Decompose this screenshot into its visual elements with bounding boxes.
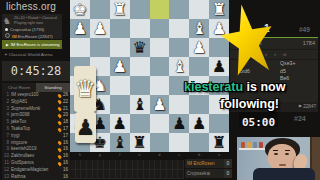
player-rank: 13 — [3, 174, 9, 180]
flame-icon — [57, 100, 62, 105]
player-name: Zakhrullaev — [11, 153, 34, 160]
player-rank: 12 — [3, 167, 9, 174]
game-type-icon: ♞ — [3, 16, 11, 26]
board-square[interactable] — [209, 38, 229, 57]
top-player-rank: #49 — [299, 26, 310, 33]
piece-white-R[interactable]: ♜ — [209, 0, 229, 19]
board-square[interactable] — [150, 0, 170, 19]
player-score: 16 — [63, 167, 68, 174]
standings-row[interactable]: 11GrdSpanos16 — [2, 160, 70, 167]
player-name: keenish2019 — [11, 146, 37, 153]
player-rank: 10 — [3, 153, 9, 160]
crosstable-player-name: IM EricRosen — [187, 159, 215, 168]
piece-black-B[interactable]: ♝ — [110, 133, 130, 152]
crosstable-names: IM EricRosen0Cropssekai0 — [185, 159, 232, 179]
player-name: GrdSpanos — [11, 160, 34, 167]
standings-row[interactable]: 7trygi17 — [2, 133, 70, 140]
board-square[interactable]: ♜ — [110, 0, 130, 19]
player-rank: 1 — [3, 92, 9, 99]
flame-icon — [57, 141, 62, 146]
piece-white-K[interactable]: ♚ — [70, 0, 90, 19]
streaming-banner-label: IM EricRosen is streaming — [11, 42, 60, 47]
board-square[interactable] — [169, 38, 189, 57]
standings-row[interactable]: 12EndgameMagician16 — [2, 167, 70, 174]
board-square[interactable]: ♟ — [110, 114, 130, 133]
white-player-row[interactable]: Cropssekai (1793) — [5, 27, 44, 32]
board-square[interactable] — [110, 95, 130, 114]
stream-screen: lichess.org ♞ 20+10 • Rated • Classical … — [0, 0, 320, 180]
player-score: 16 — [63, 153, 68, 160]
crosstable-player-row: Cropssekai0 — [185, 169, 232, 179]
board-square[interactable] — [130, 19, 150, 38]
flame-icon — [57, 154, 62, 159]
streamer-brow — [273, 150, 278, 151]
bottom-player-rank: #24 — [294, 115, 306, 122]
lichess-logo[interactable]: lichess.org — [6, 1, 56, 12]
piece-black-P[interactable]: ♟ — [169, 114, 189, 133]
streaming-banner[interactable]: ▶IM EricRosen is streaming — [2, 40, 62, 49]
piece-white-P[interactable]: ♟ — [110, 57, 130, 76]
board-square[interactable] — [130, 114, 150, 133]
black-move[interactable]: d5 — [280, 68, 286, 76]
board-square[interactable]: ♟ — [110, 57, 130, 76]
board-square[interactable] — [150, 38, 170, 57]
board-square[interactable] — [130, 57, 150, 76]
move-nav-button[interactable]: » — [283, 51, 293, 57]
board-square[interactable] — [130, 76, 150, 95]
board-square[interactable]: ♜ — [209, 133, 229, 152]
player-score: 18 — [63, 119, 68, 126]
white-queen-icon: ♛ — [74, 66, 96, 112]
player-score: 16 — [63, 140, 68, 147]
board-square[interactable]: ♟ — [70, 19, 90, 38]
move-nav-button[interactable]: ‹ — [265, 51, 274, 57]
player-score: 17 — [63, 126, 68, 133]
flame-icon — [57, 93, 62, 98]
crosstable-grid[interactable] — [70, 160, 184, 179]
tournament-clock-box: 0:45:28 — [2, 61, 70, 81]
arena-link-label: Classical Shield Arena — [9, 52, 53, 57]
black-pawn-icon: ♟ — [75, 112, 96, 143]
player-rank: 3 — [3, 106, 9, 113]
black-move[interactable]: Qxe3+ — [280, 60, 295, 68]
player-name: jsrm3098 — [11, 112, 30, 119]
follower-name: kiesteratu — [184, 80, 243, 94]
standings-list: 1IM veepro100262SlyjiA81223SupremeMonk21… — [2, 92, 70, 180]
player-rank: 6 — [3, 126, 9, 133]
board-square[interactable]: ♟ — [189, 38, 209, 57]
board-square[interactable]: ♛ — [130, 38, 150, 57]
player-score: 16 — [63, 160, 68, 167]
flame-icon — [57, 161, 62, 166]
standings-row[interactable]: 4jsrm309820 — [2, 112, 70, 119]
black-color-icon — [5, 33, 10, 38]
board-square[interactable]: ♝ — [169, 57, 189, 76]
piece-black-R[interactable]: ♜ — [209, 133, 229, 152]
streamer-eye — [285, 153, 289, 155]
follower-alert-line2: following! — [220, 97, 279, 111]
piece-white-R[interactable]: ♜ — [110, 0, 130, 19]
move-nav-button[interactable]: › — [274, 51, 283, 57]
player-rank: 2 — [3, 99, 9, 106]
flame-icon — [57, 120, 62, 125]
board-square[interactable] — [169, 133, 189, 152]
standings-row[interactable]: 9keenish201916 — [2, 146, 70, 153]
board-square[interactable]: ♟ — [209, 57, 229, 76]
player-rank: 9 — [3, 146, 9, 153]
crosstable-player-score: 0 — [224, 159, 232, 168]
player-rank: 8 — [3, 140, 9, 147]
player-name: jakeTox — [11, 119, 26, 126]
black-player-row[interactable]: IM EricRosen (2284?) — [5, 33, 53, 39]
player-score: 16 — [63, 174, 68, 180]
board-square[interactable] — [110, 76, 130, 95]
shelf-item — [241, 142, 245, 148]
crosstable-player-score: 0 — [224, 169, 232, 178]
crosstable-cell[interactable] — [178, 170, 184, 180]
board-square[interactable]: ♝ — [189, 19, 209, 38]
tab-chat-room[interactable]: Chat Room — [2, 83, 36, 92]
streamer-body — [253, 168, 315, 180]
tournament-clock: 0:45:28 — [11, 64, 62, 78]
player-rank: 4 — [3, 112, 9, 119]
board-square[interactable] — [150, 19, 170, 38]
standings-row[interactable]: 13Rathna16 — [2, 174, 70, 180]
player-score: 17 — [63, 133, 68, 140]
board-square[interactable] — [189, 57, 209, 76]
board-file-coordinates: hgfedcba — [70, 152, 229, 159]
standings-row[interactable]: 1IM veepro10026 — [2, 92, 70, 99]
arena-icon: ✦ — [4, 52, 8, 57]
alert-rest: is now — [243, 80, 285, 94]
board-square[interactable]: ♜ — [209, 0, 229, 19]
board-square[interactable] — [150, 133, 170, 152]
board-square[interactable]: ♚ — [70, 0, 90, 19]
shelf-item — [259, 142, 263, 148]
player-rank: 11 — [3, 160, 9, 167]
streamer-face — [268, 144, 296, 170]
board-square[interactable] — [110, 19, 130, 38]
board-square[interactable] — [169, 95, 189, 114]
bottom-clock: 05:00 — [239, 112, 278, 127]
bottom-player-rating: ⚑ 2284? — [298, 102, 316, 112]
streamer-brow — [285, 150, 290, 151]
board-square[interactable] — [90, 0, 110, 19]
player-rank: 5 — [3, 119, 9, 126]
player-name: SlyjiA81 — [11, 99, 27, 106]
follower-alert-line1: kiesteratu is now — [184, 80, 285, 94]
file-label: h — [70, 152, 90, 159]
player-score: 22 — [63, 99, 68, 106]
board-square[interactable] — [189, 95, 209, 114]
shelf-item — [247, 142, 251, 148]
board-square[interactable]: ♝ — [110, 133, 130, 152]
board-square[interactable] — [189, 133, 209, 152]
player-score: 16 — [63, 146, 68, 153]
standings-row[interactable]: 2SlyjiA8122 — [2, 99, 70, 106]
board-square[interactable]: ♟ — [150, 95, 170, 114]
piece-black-B[interactable]: ♝ — [130, 95, 150, 114]
black-player-name: EricRosen (2284?) — [17, 34, 53, 39]
player-name: Rathna — [11, 174, 26, 180]
game-status-line: Playing right now — [14, 21, 43, 25]
standings-row[interactable]: 3SupremeMonk21 — [2, 106, 70, 113]
board-square[interactable]: ♜ — [130, 133, 150, 152]
piece-white-P[interactable]: ♟ — [90, 19, 110, 38]
board-square[interactable] — [150, 57, 170, 76]
file-label: g — [90, 152, 110, 159]
player-name: ringcore — [11, 140, 27, 147]
board-square[interactable] — [130, 0, 150, 19]
piece-black-R[interactable]: ♜ — [130, 133, 150, 152]
tournament-link[interactable]: ✦Classical Shield Arena — [4, 52, 52, 57]
board-square[interactable]: ♟ — [90, 19, 110, 38]
piece-black-P[interactable]: ♟ — [189, 114, 209, 133]
top-player-rating: 1784 — [303, 38, 315, 49]
board-square[interactable] — [90, 38, 110, 57]
player-name: EndgameMagician — [11, 167, 48, 174]
standings-row[interactable]: 6TsakaTop17 — [2, 126, 70, 133]
board-square[interactable] — [70, 38, 90, 57]
file-label: c — [169, 152, 189, 159]
player-name: trygi — [11, 133, 20, 140]
piece-white-P[interactable]: ♟ — [150, 95, 170, 114]
streamer-eye — [274, 153, 278, 155]
piece-white-B[interactable]: ♝ — [189, 19, 209, 38]
crosstable-player-name: Cropssekai — [187, 169, 210, 178]
streamer-webcam — [237, 137, 320, 180]
flame-icon — [57, 107, 62, 112]
standings-row[interactable]: 5jakeTox18 — [2, 119, 70, 126]
board-square[interactable] — [169, 19, 189, 38]
time-control-line: 20+10 • Rated • Classical — [14, 16, 57, 20]
piece-black-Q[interactable]: ♛ — [130, 38, 150, 57]
flame-icon — [57, 127, 62, 132]
board-square[interactable] — [189, 0, 209, 19]
tab-standing[interactable]: Standing — [36, 83, 70, 92]
player-score: 21 — [63, 106, 68, 113]
shelf-item — [253, 142, 257, 148]
flag-icon: ⚑ — [298, 104, 302, 109]
move-row[interactable]: cxd6d5 — [230, 68, 318, 76]
board-square[interactable] — [150, 114, 170, 133]
player-name: SupremeMonk — [11, 106, 40, 113]
file-label: b — [189, 152, 209, 159]
board-square[interactable]: ♝ — [130, 95, 150, 114]
standings-row[interactable]: 10Zakhrullaev16 — [2, 153, 70, 160]
player-rank: 7 — [3, 133, 9, 140]
flame-icon — [57, 147, 62, 152]
file-label: f — [110, 152, 130, 159]
white-color-icon — [5, 28, 8, 31]
streamer-mouth — [279, 164, 286, 166]
file-label: e — [130, 152, 150, 159]
player-score: 26 — [63, 92, 68, 99]
board-square[interactable]: ♟ — [189, 114, 209, 133]
player-score: 20 — [63, 112, 68, 119]
player-name: TsakaTop — [11, 126, 30, 133]
piece-white-B[interactable]: ♝ — [169, 57, 189, 76]
piece-white-P[interactable]: ♟ — [70, 19, 90, 38]
crosstable-player-row: IM EricRosen0 — [185, 159, 232, 169]
piece-black-P[interactable]: ♟ — [209, 57, 229, 76]
standings-row[interactable]: 8ringcore16 — [2, 140, 70, 147]
white-player-name: Cropssekai (1793) — [10, 27, 44, 32]
streaming-icon: ▶ — [6, 43, 9, 47]
flame-icon — [57, 113, 62, 118]
queen-clipart-badge: ♛ — [74, 66, 96, 112]
board-square[interactable] — [150, 76, 170, 95]
file-label: d — [150, 152, 170, 159]
board-square[interactable]: ♟ — [169, 114, 189, 133]
piece-black-P[interactable]: ♟ — [110, 114, 130, 133]
player-name: IM veepro100 — [11, 92, 39, 99]
board-square[interactable] — [209, 114, 229, 133]
file-label: a — [209, 152, 229, 159]
board-square[interactable] — [169, 0, 189, 19]
piece-white-P[interactable]: ♟ — [189, 38, 209, 57]
crosstable-cell[interactable] — [178, 160, 184, 170]
board-square[interactable] — [110, 38, 130, 57]
pawn-clipart-badge: ♟ — [75, 112, 96, 143]
